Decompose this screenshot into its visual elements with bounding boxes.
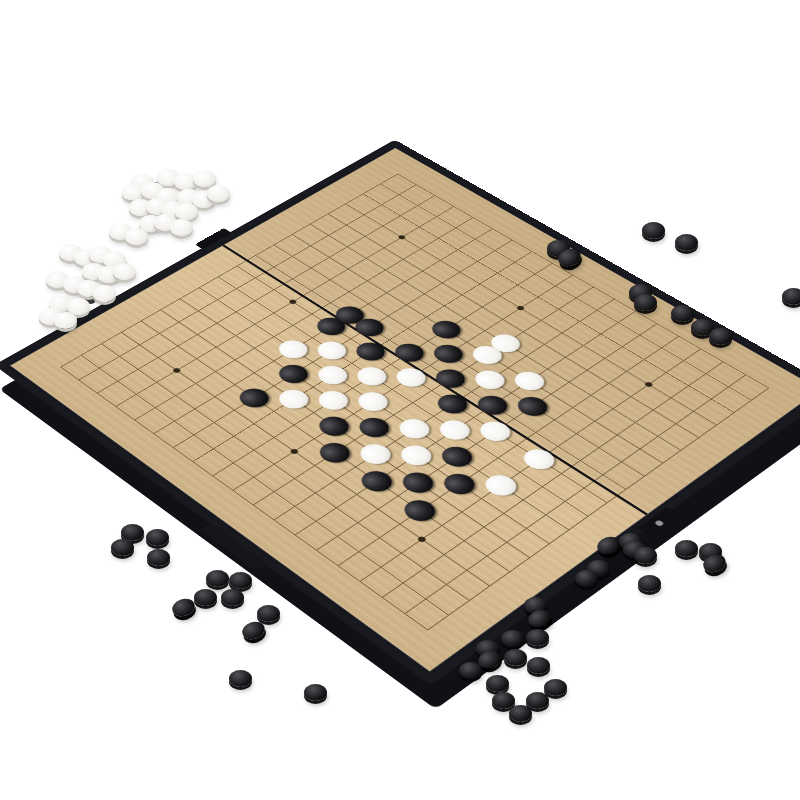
- photo-stage: [0, 0, 800, 800]
- loose-black-stone: [221, 589, 244, 606]
- loose-black-stone: [675, 234, 698, 251]
- loose-black-stone: [527, 657, 550, 674]
- loose-black-stone: [257, 605, 280, 622]
- loose-black-stone: [634, 547, 657, 564]
- loose-black-stone: [634, 294, 657, 311]
- loose-black-stone: [709, 328, 732, 345]
- loose-white-stone: [125, 228, 148, 245]
- loose-black-stone: [194, 589, 217, 606]
- loose-black-stone: [147, 549, 170, 566]
- star-point: [416, 536, 427, 543]
- loose-black-stone: [239, 618, 266, 641]
- loose-black-stone: [206, 570, 229, 587]
- star-point: [516, 305, 526, 311]
- loose-white-stone: [54, 312, 77, 329]
- loose-black-stone: [304, 684, 327, 701]
- loose-black-stone: [526, 692, 549, 709]
- loose-black-stone: [121, 524, 144, 541]
- loose-white-stone: [113, 263, 136, 280]
- loose-black-stone: [642, 222, 665, 239]
- loose-white-stone: [170, 219, 193, 236]
- loose-black-stone: [146, 529, 169, 546]
- loose-black-stone: [229, 670, 252, 687]
- loose-black-stone: [169, 595, 196, 618]
- star-point: [397, 235, 406, 240]
- loose-black-stone: [486, 675, 509, 692]
- loose-black-stone: [459, 662, 482, 679]
- loose-black-stone: [638, 575, 661, 592]
- loose-black-stone: [544, 679, 567, 696]
- star-point: [172, 367, 182, 373]
- star-point: [644, 381, 654, 387]
- go-board: [0, 140, 800, 686]
- star-point: [289, 448, 299, 455]
- loose-black-stone: [509, 705, 532, 722]
- loose-white-stone: [193, 170, 216, 187]
- star-point: [288, 299, 297, 305]
- loose-black-stone: [501, 630, 524, 647]
- loose-black-stone: [492, 692, 515, 709]
- loose-white-stone: [93, 285, 116, 302]
- loose-black-stone: [111, 539, 134, 556]
- loose-white-stone: [175, 203, 198, 220]
- loose-black-stone: [675, 540, 698, 557]
- loose-black-stone: [782, 288, 800, 305]
- loose-black-stone: [229, 572, 252, 589]
- loose-white-stone: [207, 185, 230, 202]
- loose-black-stone: [526, 629, 549, 646]
- loose-black-stone: [575, 570, 598, 587]
- loose-black-stone: [504, 649, 527, 666]
- loose-black-stone: [671, 305, 694, 322]
